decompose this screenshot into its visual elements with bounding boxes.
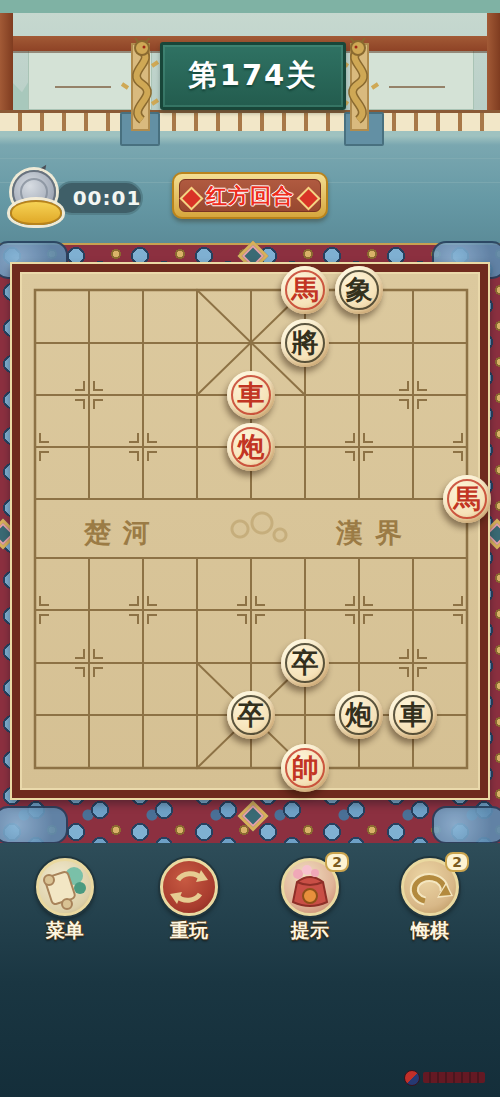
piece-red-chariot[interactable]: 車 (227, 371, 275, 419)
level-signboard: 第174关 (160, 42, 346, 110)
turn-banner-text: 红方回合 (206, 182, 294, 210)
piece-ring (231, 375, 271, 415)
piece-red-cannon[interactable]: 炮 (227, 423, 275, 471)
piece-ring (285, 643, 325, 683)
piece-black-soldier[interactable]: 卒 (281, 639, 329, 687)
sundial-timer-icon (8, 168, 66, 224)
piece-ring (447, 479, 487, 519)
wall-rod-right (389, 86, 445, 88)
piece-ring (285, 270, 325, 310)
piece-red-horse[interactable]: 馬 (281, 266, 329, 314)
turn-banner: 红方回合 (172, 172, 328, 219)
replay-button-label: 重玩 (146, 918, 232, 944)
timer-pill: 00:01 (55, 181, 143, 215)
piece-red-general[interactable]: 帥 (281, 744, 329, 792)
menu-button[interactable]: 菜单 (30, 856, 100, 942)
piece-ring (339, 695, 379, 735)
wall-rod-left (55, 86, 111, 88)
menu-button-label: 菜单 (22, 918, 108, 944)
replay-button[interactable]: 重玩 (154, 856, 224, 942)
scroll-menu-icon (36, 858, 94, 916)
piece-red-horse[interactable]: 馬 (443, 475, 491, 523)
band-corner-br (432, 806, 500, 844)
timer-value: 00:01 (73, 186, 142, 210)
piece-ring (285, 323, 325, 363)
game-screen: 第174关 00:01 红方回合 楚河 漢界 馬象將車炮馬卒卒炮車帥 (0, 0, 500, 1097)
piece-black-chariot[interactable]: 車 (389, 691, 437, 739)
hint-button[interactable]: 2 提示 (275, 856, 345, 942)
dragon-pillar-left (118, 38, 162, 138)
piece-ring (393, 695, 433, 735)
top-strip (0, 0, 500, 13)
piece-ring (339, 270, 379, 310)
undo-badge: 2 (445, 852, 469, 872)
undo-button-label: 悔棋 (387, 918, 473, 944)
undo-button[interactable]: 2 悔棋 (395, 856, 465, 942)
piece-black-elephant[interactable]: 象 (335, 266, 383, 314)
piece-black-soldier[interactable]: 卒 (227, 691, 275, 739)
band-corner-bl (0, 806, 68, 844)
floor-line (0, 158, 500, 159)
hint-badge: 2 (325, 852, 349, 872)
piece-ring (231, 695, 271, 735)
piece-ring (285, 748, 325, 788)
replay-arrows-icon (160, 858, 218, 916)
piece-ring (231, 427, 271, 467)
piece-black-cannon[interactable]: 炮 (335, 691, 383, 739)
hint-button-label: 提示 (267, 918, 353, 944)
level-title: 第174关 (189, 56, 318, 96)
piece-black-general[interactable]: 將 (281, 319, 329, 367)
watermark-logo (404, 1066, 490, 1088)
